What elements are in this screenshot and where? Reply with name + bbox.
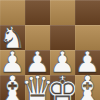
square-d4[interactable]: [25, 0, 50, 25]
square-e4[interactable]: [50, 0, 75, 25]
chess-app-screen: ♞♟♟♟♟♝♛♚♝: [0, 0, 100, 100]
square-f4[interactable]: [75, 0, 100, 25]
white-bishop-piece[interactable]: ♝: [70, 78, 100, 100]
square-f1[interactable]: ♝: [75, 75, 100, 100]
chess-board: ♞♟♟♟♟♝♛♚♝: [0, 0, 100, 100]
